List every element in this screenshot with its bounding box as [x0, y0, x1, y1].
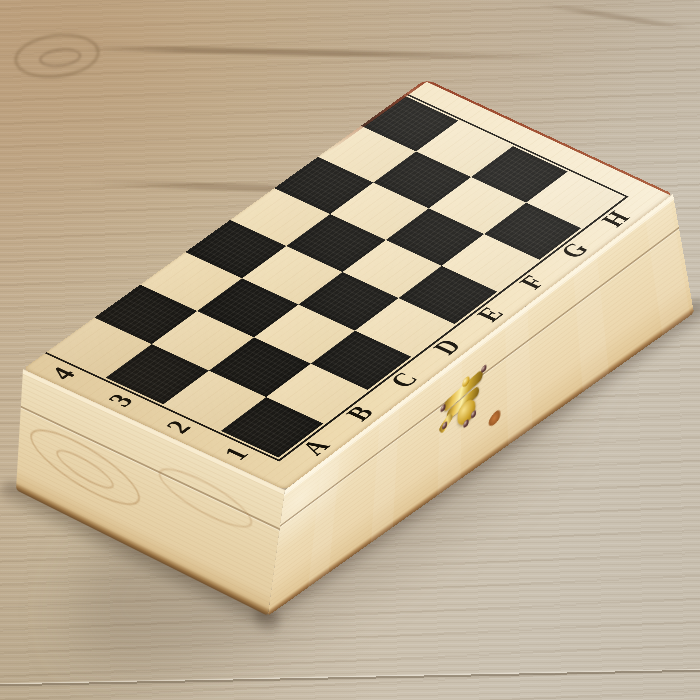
brass-clasp: [441, 359, 491, 453]
photo-scene: 4 3 2 1 A B C D E F G H: [0, 0, 700, 700]
wood-grain-figure: [27, 415, 144, 519]
clasp-screw-icon: [481, 364, 486, 374]
